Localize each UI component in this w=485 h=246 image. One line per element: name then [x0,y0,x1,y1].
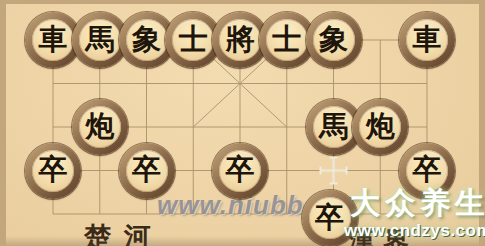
piece-glyph: 炮 [366,112,395,141]
piece-glyph: 馬 [319,112,348,141]
piece-face: 馬 [313,106,355,148]
piece-face: 車 [32,19,74,61]
piece-glyph: 車 [39,25,68,54]
piece-black-cannon[interactable]: 炮 [352,99,408,155]
piece-glyph: 卒 [132,155,161,184]
piece-face: 象 [313,19,355,61]
piece-black-soldier[interactable]: 卒 [25,143,81,199]
piece-glyph: 卒 [315,203,344,232]
piece-glyph: 車 [413,25,442,54]
piece-face: 士 [172,19,214,61]
piece-face: 象 [126,19,168,61]
piece-glyph: 將 [226,25,255,54]
watermark-brand-name: 大众养生 [350,188,485,218]
screen-edge-top [0,0,485,4]
piece-glyph: 炮 [85,112,114,141]
piece-face: 將 [219,19,261,61]
screen-edge-left [0,0,6,246]
piece-black-cannon[interactable]: 炮 [72,99,128,155]
piece-face: 卒 [32,150,74,192]
piece-face: 卒 [219,150,261,192]
piece-face: 馬 [79,19,121,61]
piece-glyph: 象 [132,25,161,54]
piece-glyph: 馬 [85,25,114,54]
piece-glyph: 士 [272,25,301,54]
xiangqi-board-screenshot: 楚河 漢界 www.niubb.net 車馬象士將士象車炮馬炮卒卒卒卒卒 大众养… [0,0,485,246]
piece-glyph: 象 [319,25,348,54]
piece-face: 炮 [359,106,401,148]
piece-glyph: 士 [179,25,208,54]
watermark-brand-url: www.cndzys.com [344,221,485,241]
piece-glyph: 卒 [226,155,255,184]
piece-black-chariot[interactable]: 車 [399,12,455,68]
piece-black-soldier[interactable]: 卒 [212,143,268,199]
piece-face: 士 [266,19,308,61]
piece-glyph: 卒 [39,155,68,184]
piece-glyph: 卒 [413,155,442,184]
piece-black-elephant[interactable]: 象 [306,12,362,68]
piece-black-soldier[interactable]: 卒 [119,143,175,199]
piece-face: 卒 [126,150,168,192]
piece-face: 車 [406,19,448,61]
piece-face: 炮 [79,106,121,148]
